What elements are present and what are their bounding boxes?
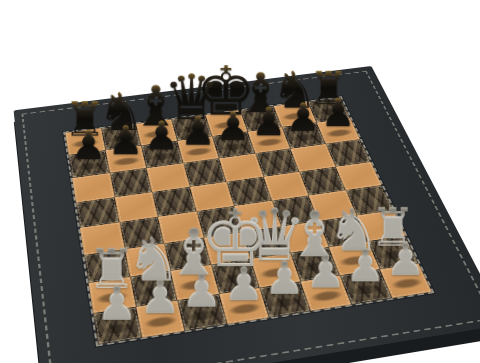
- chess-board: ♜♞♝♛♚♝♞♜♟♟♟♟♟♟♟♟♜♞♝♚♛♝♞♜♟♟♟♟♟♟♟♟: [14, 66, 480, 363]
- square-a7[interactable]: ♟: [69, 150, 110, 178]
- white-pawn-icon: ♟: [223, 262, 264, 308]
- black-pawn-icon: ♟: [108, 121, 144, 161]
- square-a1[interactable]: ♟: [93, 306, 141, 344]
- square-f1[interactable]: ♟: [300, 275, 351, 311]
- white-pawn-icon: ♟: [305, 249, 346, 295]
- square-h5[interactable]: [335, 162, 382, 191]
- black-pawn-icon: ♟: [144, 116, 180, 156]
- square-c1[interactable]: ♟: [177, 294, 227, 331]
- white-pawn-icon: ♟: [385, 237, 425, 282]
- white-pawn-icon: ♟: [139, 274, 181, 321]
- square-e7[interactable]: ♟: [212, 131, 255, 158]
- white-pawn-icon: ♟: [181, 268, 223, 314]
- black-pawn-icon: ♟: [216, 107, 251, 146]
- black-pawn-icon: ♟: [286, 98, 321, 137]
- black-pawn-icon: ♟: [180, 112, 216, 152]
- perspective-stage: ♜♞♝♛♚♝♞♜♟♟♟♟♟♟♟♟♜♞♝♚♛♝♞♜♟♟♟♟♟♟♟♟: [0, 0, 480, 363]
- square-c5[interactable]: [152, 187, 196, 217]
- square-g7[interactable]: ♟: [282, 122, 326, 148]
- white-pawn-icon: ♟: [345, 243, 386, 288]
- black-pawn-icon: ♟: [71, 125, 107, 165]
- white-pawn-icon: ♟: [264, 255, 305, 301]
- square-b5[interactable]: [114, 192, 158, 222]
- square-d1[interactable]: ♟: [219, 287, 269, 324]
- square-b7[interactable]: ♟: [105, 145, 146, 173]
- board-playing-field: ♜♞♝♛♚♝♞♜♟♟♟♟♟♟♟♟♜♞♝♚♛♝♞♜♟♟♟♟♟♟♟♟: [63, 96, 434, 346]
- black-pawn-icon: ♟: [251, 103, 286, 142]
- square-e1[interactable]: ♟: [259, 281, 310, 317]
- square-b1[interactable]: ♟: [136, 300, 185, 338]
- square-g5[interactable]: [299, 167, 345, 196]
- square-b6[interactable]: [109, 168, 151, 197]
- chess-set-product-photo: ♜♞♝♛♚♝♞♜♟♟♟♟♟♟♟♟♜♞♝♚♛♝♞♜♟♟♟♟♟♟♟♟: [0, 0, 480, 363]
- black-pawn-icon: ♟: [320, 94, 355, 133]
- white-pawn-icon: ♟: [96, 280, 138, 327]
